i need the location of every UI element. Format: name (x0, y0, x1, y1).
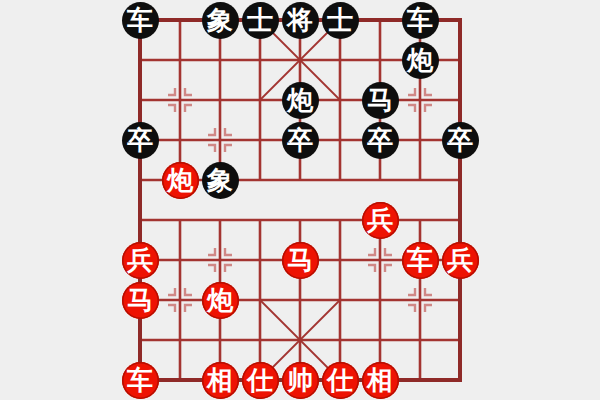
xiangqi-board[interactable]: 车象士将士车炮炮马卒卒卒卒象炮兵兵马车兵马炮车相仕帅仕相 (0, 0, 600, 400)
piece-black-soldier[interactable]: 卒 (282, 122, 319, 159)
piece-red-elephant[interactable]: 相 (362, 362, 399, 399)
piece-black-elephant[interactable]: 象 (202, 162, 239, 199)
piece-black-chariot[interactable]: 车 (402, 2, 439, 39)
piece-black-horse[interactable]: 马 (362, 82, 399, 119)
piece-black-advisor[interactable]: 士 (322, 2, 359, 39)
piece-red-horse[interactable]: 马 (282, 242, 319, 279)
piece-black-soldier[interactable]: 卒 (442, 122, 479, 159)
piece-black-cannon[interactable]: 炮 (282, 82, 319, 119)
piece-black-soldier[interactable]: 卒 (122, 122, 159, 159)
piece-red-soldier[interactable]: 兵 (122, 242, 159, 279)
piece-red-elephant[interactable]: 相 (202, 362, 239, 399)
piece-black-advisor[interactable]: 士 (242, 2, 279, 39)
piece-black-general[interactable]: 将 (282, 2, 319, 39)
piece-red-chariot[interactable]: 车 (402, 242, 439, 279)
piece-red-cannon[interactable]: 炮 (202, 282, 239, 319)
piece-red-soldier[interactable]: 兵 (362, 202, 399, 239)
piece-black-elephant[interactable]: 象 (202, 2, 239, 39)
piece-black-soldier[interactable]: 卒 (362, 122, 399, 159)
piece-red-advisor[interactable]: 仕 (322, 362, 359, 399)
piece-red-chariot[interactable]: 车 (122, 362, 159, 399)
piece-red-horse[interactable]: 马 (122, 282, 159, 319)
piece-red-general[interactable]: 帅 (282, 362, 319, 399)
piece-red-cannon[interactable]: 炮 (162, 162, 199, 199)
piece-black-chariot[interactable]: 车 (122, 2, 159, 39)
board-grid (0, 0, 600, 400)
piece-red-soldier[interactable]: 兵 (442, 242, 479, 279)
piece-black-cannon[interactable]: 炮 (402, 42, 439, 79)
piece-red-advisor[interactable]: 仕 (242, 362, 279, 399)
